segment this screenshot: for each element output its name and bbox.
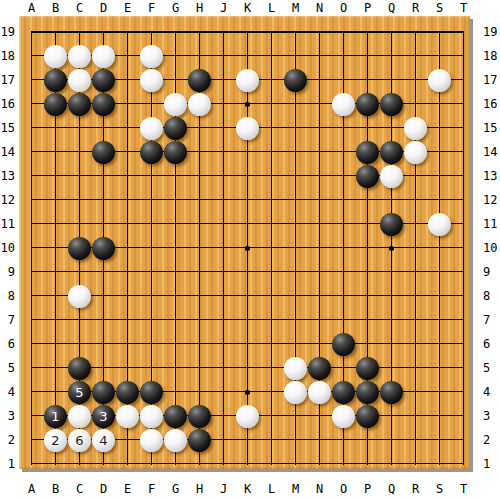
intersection-S7[interactable] bbox=[428, 308, 452, 332]
intersection-L12[interactable] bbox=[260, 188, 284, 212]
intersection-S9[interactable] bbox=[428, 260, 452, 284]
intersection-N3[interactable] bbox=[308, 404, 332, 428]
intersection-D16[interactable] bbox=[92, 92, 116, 116]
intersection-H16[interactable] bbox=[188, 92, 212, 116]
intersection-R4[interactable] bbox=[404, 380, 428, 404]
intersection-B8[interactable] bbox=[44, 284, 68, 308]
intersection-D10[interactable] bbox=[92, 236, 116, 260]
intersection-K11[interactable] bbox=[236, 212, 260, 236]
intersection-B17[interactable] bbox=[44, 68, 68, 92]
intersection-C8[interactable] bbox=[68, 284, 92, 308]
intersection-O17[interactable] bbox=[332, 68, 356, 92]
intersection-J17[interactable] bbox=[212, 68, 236, 92]
intersection-M13[interactable] bbox=[284, 164, 308, 188]
intersection-F7[interactable] bbox=[140, 308, 164, 332]
intersection-H12[interactable] bbox=[188, 188, 212, 212]
intersection-G13[interactable] bbox=[164, 164, 188, 188]
intersection-L15[interactable] bbox=[260, 116, 284, 140]
intersection-A14[interactable] bbox=[20, 140, 44, 164]
intersection-F6[interactable] bbox=[140, 332, 164, 356]
intersection-N7[interactable] bbox=[308, 308, 332, 332]
intersection-J7[interactable] bbox=[212, 308, 236, 332]
intersection-Q8[interactable] bbox=[380, 284, 404, 308]
intersection-P9[interactable] bbox=[356, 260, 380, 284]
intersection-M19[interactable] bbox=[284, 20, 308, 44]
intersection-P1[interactable] bbox=[356, 452, 380, 476]
intersection-J15[interactable] bbox=[212, 116, 236, 140]
intersection-S19[interactable] bbox=[428, 20, 452, 44]
intersection-G12[interactable] bbox=[164, 188, 188, 212]
intersection-T2[interactable] bbox=[452, 428, 476, 452]
intersection-M18[interactable] bbox=[284, 44, 308, 68]
intersection-B10[interactable] bbox=[44, 236, 68, 260]
intersection-M1[interactable] bbox=[284, 452, 308, 476]
intersection-L10[interactable] bbox=[260, 236, 284, 260]
intersection-T7[interactable] bbox=[452, 308, 476, 332]
intersection-A6[interactable] bbox=[20, 332, 44, 356]
intersection-T15[interactable] bbox=[452, 116, 476, 140]
intersection-L5[interactable] bbox=[260, 356, 284, 380]
intersection-O4[interactable] bbox=[332, 380, 356, 404]
intersection-M3[interactable] bbox=[284, 404, 308, 428]
intersection-L17[interactable] bbox=[260, 68, 284, 92]
intersection-H1[interactable] bbox=[188, 452, 212, 476]
intersection-Q1[interactable] bbox=[380, 452, 404, 476]
intersection-O11[interactable] bbox=[332, 212, 356, 236]
intersection-B19[interactable] bbox=[44, 20, 68, 44]
intersection-K12[interactable] bbox=[236, 188, 260, 212]
intersection-A16[interactable] bbox=[20, 92, 44, 116]
intersection-B4[interactable] bbox=[44, 380, 68, 404]
intersection-A1[interactable] bbox=[20, 452, 44, 476]
intersection-Q2[interactable] bbox=[380, 428, 404, 452]
intersection-J1[interactable] bbox=[212, 452, 236, 476]
intersection-F15[interactable] bbox=[140, 116, 164, 140]
intersection-K15[interactable] bbox=[236, 116, 260, 140]
intersection-Q3[interactable] bbox=[380, 404, 404, 428]
intersection-E10[interactable] bbox=[116, 236, 140, 260]
intersection-K14[interactable] bbox=[236, 140, 260, 164]
intersection-J2[interactable] bbox=[212, 428, 236, 452]
intersection-G5[interactable] bbox=[164, 356, 188, 380]
intersection-Q6[interactable] bbox=[380, 332, 404, 356]
intersection-P2[interactable] bbox=[356, 428, 380, 452]
intersection-C18[interactable] bbox=[68, 44, 92, 68]
intersection-C15[interactable] bbox=[68, 116, 92, 140]
intersection-J9[interactable] bbox=[212, 260, 236, 284]
intersection-E5[interactable] bbox=[116, 356, 140, 380]
intersection-T1[interactable] bbox=[452, 452, 476, 476]
intersection-S12[interactable] bbox=[428, 188, 452, 212]
intersection-C6[interactable] bbox=[68, 332, 92, 356]
intersection-E6[interactable] bbox=[116, 332, 140, 356]
intersection-E15[interactable] bbox=[116, 116, 140, 140]
intersection-N5[interactable] bbox=[308, 356, 332, 380]
intersection-S11[interactable] bbox=[428, 212, 452, 236]
intersection-N11[interactable] bbox=[308, 212, 332, 236]
intersection-K7[interactable] bbox=[236, 308, 260, 332]
intersection-F19[interactable] bbox=[140, 20, 164, 44]
intersection-M2[interactable] bbox=[284, 428, 308, 452]
intersection-F14[interactable] bbox=[140, 140, 164, 164]
intersection-Q4[interactable] bbox=[380, 380, 404, 404]
intersection-O12[interactable] bbox=[332, 188, 356, 212]
intersection-N10[interactable] bbox=[308, 236, 332, 260]
intersection-N17[interactable] bbox=[308, 68, 332, 92]
intersection-A11[interactable] bbox=[20, 212, 44, 236]
intersection-M7[interactable] bbox=[284, 308, 308, 332]
intersection-N12[interactable] bbox=[308, 188, 332, 212]
intersection-S8[interactable] bbox=[428, 284, 452, 308]
intersection-F16[interactable] bbox=[140, 92, 164, 116]
intersection-R13[interactable] bbox=[404, 164, 428, 188]
intersection-N2[interactable] bbox=[308, 428, 332, 452]
intersection-C19[interactable] bbox=[68, 20, 92, 44]
intersection-O18[interactable] bbox=[332, 44, 356, 68]
intersection-P3[interactable] bbox=[356, 404, 380, 428]
intersection-G14[interactable] bbox=[164, 140, 188, 164]
intersection-F11[interactable] bbox=[140, 212, 164, 236]
intersection-E14[interactable] bbox=[116, 140, 140, 164]
intersection-J4[interactable] bbox=[212, 380, 236, 404]
intersection-T4[interactable] bbox=[452, 380, 476, 404]
intersection-S6[interactable] bbox=[428, 332, 452, 356]
intersection-G11[interactable] bbox=[164, 212, 188, 236]
intersection-A5[interactable] bbox=[20, 356, 44, 380]
intersection-A7[interactable] bbox=[20, 308, 44, 332]
intersection-H15[interactable] bbox=[188, 116, 212, 140]
intersection-H4[interactable] bbox=[188, 380, 212, 404]
intersection-T17[interactable] bbox=[452, 68, 476, 92]
intersection-S10[interactable] bbox=[428, 236, 452, 260]
intersection-D4[interactable] bbox=[92, 380, 116, 404]
intersection-M17[interactable] bbox=[284, 68, 308, 92]
intersection-A10[interactable] bbox=[20, 236, 44, 260]
intersection-T14[interactable] bbox=[452, 140, 476, 164]
intersection-P4[interactable] bbox=[356, 380, 380, 404]
intersection-G4[interactable] bbox=[164, 380, 188, 404]
intersection-G1[interactable] bbox=[164, 452, 188, 476]
intersection-C13[interactable] bbox=[68, 164, 92, 188]
intersection-G3[interactable] bbox=[164, 404, 188, 428]
intersection-E12[interactable] bbox=[116, 188, 140, 212]
intersection-E11[interactable] bbox=[116, 212, 140, 236]
intersection-J10[interactable] bbox=[212, 236, 236, 260]
intersection-S17[interactable] bbox=[428, 68, 452, 92]
intersection-D17[interactable] bbox=[92, 68, 116, 92]
intersection-J3[interactable] bbox=[212, 404, 236, 428]
intersection-T13[interactable] bbox=[452, 164, 476, 188]
intersection-N19[interactable] bbox=[308, 20, 332, 44]
intersection-E19[interactable] bbox=[116, 20, 140, 44]
intersection-G7[interactable] bbox=[164, 308, 188, 332]
intersection-J11[interactable] bbox=[212, 212, 236, 236]
intersection-L16[interactable] bbox=[260, 92, 284, 116]
intersection-C2[interactable]: 6 bbox=[68, 428, 92, 452]
intersection-L14[interactable] bbox=[260, 140, 284, 164]
intersection-L18[interactable] bbox=[260, 44, 284, 68]
intersection-O14[interactable] bbox=[332, 140, 356, 164]
intersection-D11[interactable] bbox=[92, 212, 116, 236]
intersection-K13[interactable] bbox=[236, 164, 260, 188]
intersection-N18[interactable] bbox=[308, 44, 332, 68]
intersection-P11[interactable] bbox=[356, 212, 380, 236]
intersection-F8[interactable] bbox=[140, 284, 164, 308]
intersection-H5[interactable] bbox=[188, 356, 212, 380]
intersection-F1[interactable] bbox=[140, 452, 164, 476]
intersection-O8[interactable] bbox=[332, 284, 356, 308]
intersection-N8[interactable] bbox=[308, 284, 332, 308]
intersection-J12[interactable] bbox=[212, 188, 236, 212]
intersection-L19[interactable] bbox=[260, 20, 284, 44]
intersection-B15[interactable] bbox=[44, 116, 68, 140]
intersection-R14[interactable] bbox=[404, 140, 428, 164]
intersection-R15[interactable] bbox=[404, 116, 428, 140]
intersection-Q9[interactable] bbox=[380, 260, 404, 284]
intersection-P12[interactable] bbox=[356, 188, 380, 212]
intersection-A19[interactable] bbox=[20, 20, 44, 44]
intersection-D14[interactable] bbox=[92, 140, 116, 164]
intersection-G9[interactable] bbox=[164, 260, 188, 284]
intersection-M4[interactable] bbox=[284, 380, 308, 404]
intersection-K18[interactable] bbox=[236, 44, 260, 68]
intersection-D19[interactable] bbox=[92, 20, 116, 44]
intersection-G10[interactable] bbox=[164, 236, 188, 260]
intersection-F2[interactable] bbox=[140, 428, 164, 452]
intersection-S15[interactable] bbox=[428, 116, 452, 140]
intersection-Q19[interactable] bbox=[380, 20, 404, 44]
intersection-F3[interactable] bbox=[140, 404, 164, 428]
intersection-L6[interactable] bbox=[260, 332, 284, 356]
intersection-J14[interactable] bbox=[212, 140, 236, 164]
intersection-P17[interactable] bbox=[356, 68, 380, 92]
intersection-M6[interactable] bbox=[284, 332, 308, 356]
intersection-B6[interactable] bbox=[44, 332, 68, 356]
intersection-J6[interactable] bbox=[212, 332, 236, 356]
intersection-S16[interactable] bbox=[428, 92, 452, 116]
intersection-D6[interactable] bbox=[92, 332, 116, 356]
intersection-N4[interactable] bbox=[308, 380, 332, 404]
intersection-O16[interactable] bbox=[332, 92, 356, 116]
intersection-K6[interactable] bbox=[236, 332, 260, 356]
intersection-Q17[interactable] bbox=[380, 68, 404, 92]
intersection-S2[interactable] bbox=[428, 428, 452, 452]
intersection-H2[interactable] bbox=[188, 428, 212, 452]
intersection-G2[interactable] bbox=[164, 428, 188, 452]
intersection-E18[interactable] bbox=[116, 44, 140, 68]
intersection-G8[interactable] bbox=[164, 284, 188, 308]
intersection-S18[interactable] bbox=[428, 44, 452, 68]
intersection-T19[interactable] bbox=[452, 20, 476, 44]
intersection-F5[interactable] bbox=[140, 356, 164, 380]
intersection-Q10[interactable] bbox=[380, 236, 404, 260]
intersection-B11[interactable] bbox=[44, 212, 68, 236]
intersection-S13[interactable] bbox=[428, 164, 452, 188]
intersection-O2[interactable] bbox=[332, 428, 356, 452]
intersection-C7[interactable] bbox=[68, 308, 92, 332]
intersection-R9[interactable] bbox=[404, 260, 428, 284]
intersection-K5[interactable] bbox=[236, 356, 260, 380]
intersection-J16[interactable] bbox=[212, 92, 236, 116]
intersection-C1[interactable] bbox=[68, 452, 92, 476]
intersection-M8[interactable] bbox=[284, 284, 308, 308]
intersection-T8[interactable] bbox=[452, 284, 476, 308]
intersection-F4[interactable] bbox=[140, 380, 164, 404]
intersection-N13[interactable] bbox=[308, 164, 332, 188]
intersection-G16[interactable] bbox=[164, 92, 188, 116]
intersection-K4[interactable] bbox=[236, 380, 260, 404]
intersection-T6[interactable] bbox=[452, 332, 476, 356]
intersection-L13[interactable] bbox=[260, 164, 284, 188]
intersection-K16[interactable] bbox=[236, 92, 260, 116]
intersection-B12[interactable] bbox=[44, 188, 68, 212]
intersection-B7[interactable] bbox=[44, 308, 68, 332]
intersection-M11[interactable] bbox=[284, 212, 308, 236]
intersection-R2[interactable] bbox=[404, 428, 428, 452]
intersection-S14[interactable] bbox=[428, 140, 452, 164]
intersection-J8[interactable] bbox=[212, 284, 236, 308]
intersection-D13[interactable] bbox=[92, 164, 116, 188]
intersection-P14[interactable] bbox=[356, 140, 380, 164]
intersection-C9[interactable] bbox=[68, 260, 92, 284]
intersection-A3[interactable] bbox=[20, 404, 44, 428]
intersection-D18[interactable] bbox=[92, 44, 116, 68]
intersection-Q18[interactable] bbox=[380, 44, 404, 68]
intersection-T18[interactable] bbox=[452, 44, 476, 68]
intersection-K9[interactable] bbox=[236, 260, 260, 284]
intersection-R10[interactable] bbox=[404, 236, 428, 260]
intersection-P10[interactable] bbox=[356, 236, 380, 260]
intersection-T5[interactable] bbox=[452, 356, 476, 380]
intersection-T10[interactable] bbox=[452, 236, 476, 260]
intersection-C16[interactable] bbox=[68, 92, 92, 116]
intersection-O5[interactable] bbox=[332, 356, 356, 380]
intersection-C3[interactable] bbox=[68, 404, 92, 428]
intersection-L9[interactable] bbox=[260, 260, 284, 284]
intersection-R3[interactable] bbox=[404, 404, 428, 428]
intersection-F10[interactable] bbox=[140, 236, 164, 260]
intersection-R19[interactable] bbox=[404, 20, 428, 44]
intersection-M16[interactable] bbox=[284, 92, 308, 116]
intersection-B1[interactable] bbox=[44, 452, 68, 476]
intersection-H6[interactable] bbox=[188, 332, 212, 356]
intersection-N14[interactable] bbox=[308, 140, 332, 164]
intersection-A9[interactable] bbox=[20, 260, 44, 284]
intersection-F9[interactable] bbox=[140, 260, 164, 284]
intersection-O15[interactable] bbox=[332, 116, 356, 140]
intersection-P19[interactable] bbox=[356, 20, 380, 44]
intersection-T3[interactable] bbox=[452, 404, 476, 428]
intersection-H11[interactable] bbox=[188, 212, 212, 236]
intersection-A8[interactable] bbox=[20, 284, 44, 308]
intersection-A2[interactable] bbox=[20, 428, 44, 452]
intersection-Q13[interactable] bbox=[380, 164, 404, 188]
intersection-G19[interactable] bbox=[164, 20, 188, 44]
intersection-A13[interactable] bbox=[20, 164, 44, 188]
intersection-H7[interactable] bbox=[188, 308, 212, 332]
intersection-L11[interactable] bbox=[260, 212, 284, 236]
intersection-E8[interactable] bbox=[116, 284, 140, 308]
intersection-D12[interactable] bbox=[92, 188, 116, 212]
intersection-D5[interactable] bbox=[92, 356, 116, 380]
intersection-C11[interactable] bbox=[68, 212, 92, 236]
intersection-G18[interactable] bbox=[164, 44, 188, 68]
intersection-A17[interactable] bbox=[20, 68, 44, 92]
intersection-Q14[interactable] bbox=[380, 140, 404, 164]
intersection-O9[interactable] bbox=[332, 260, 356, 284]
intersection-B2[interactable]: 2 bbox=[44, 428, 68, 452]
intersection-K2[interactable] bbox=[236, 428, 260, 452]
intersection-H10[interactable] bbox=[188, 236, 212, 260]
intersection-J5[interactable] bbox=[212, 356, 236, 380]
intersection-R11[interactable] bbox=[404, 212, 428, 236]
intersection-R18[interactable] bbox=[404, 44, 428, 68]
intersection-C14[interactable] bbox=[68, 140, 92, 164]
intersection-H18[interactable] bbox=[188, 44, 212, 68]
intersection-R16[interactable] bbox=[404, 92, 428, 116]
intersection-N6[interactable] bbox=[308, 332, 332, 356]
intersection-C5[interactable] bbox=[68, 356, 92, 380]
intersection-P16[interactable] bbox=[356, 92, 380, 116]
intersection-F17[interactable] bbox=[140, 68, 164, 92]
intersection-G17[interactable] bbox=[164, 68, 188, 92]
intersection-B14[interactable] bbox=[44, 140, 68, 164]
intersection-P15[interactable] bbox=[356, 116, 380, 140]
intersection-F12[interactable] bbox=[140, 188, 164, 212]
intersection-A15[interactable] bbox=[20, 116, 44, 140]
intersection-H13[interactable] bbox=[188, 164, 212, 188]
intersection-F13[interactable] bbox=[140, 164, 164, 188]
intersection-L3[interactable] bbox=[260, 404, 284, 428]
intersection-M9[interactable] bbox=[284, 260, 308, 284]
intersection-J19[interactable] bbox=[212, 20, 236, 44]
intersection-D2[interactable]: 4 bbox=[92, 428, 116, 452]
intersection-K3[interactable] bbox=[236, 404, 260, 428]
intersection-R5[interactable] bbox=[404, 356, 428, 380]
intersection-N1[interactable] bbox=[308, 452, 332, 476]
intersection-R8[interactable] bbox=[404, 284, 428, 308]
intersection-E3[interactable] bbox=[116, 404, 140, 428]
intersection-E9[interactable] bbox=[116, 260, 140, 284]
intersection-A18[interactable] bbox=[20, 44, 44, 68]
intersection-B3[interactable]: 1 bbox=[44, 404, 68, 428]
intersection-O10[interactable] bbox=[332, 236, 356, 260]
intersection-A12[interactable] bbox=[20, 188, 44, 212]
intersection-D1[interactable] bbox=[92, 452, 116, 476]
intersection-K1[interactable] bbox=[236, 452, 260, 476]
intersection-Q16[interactable] bbox=[380, 92, 404, 116]
intersection-E4[interactable] bbox=[116, 380, 140, 404]
intersection-N15[interactable] bbox=[308, 116, 332, 140]
intersection-O7[interactable] bbox=[332, 308, 356, 332]
intersection-P6[interactable] bbox=[356, 332, 380, 356]
intersection-Q12[interactable] bbox=[380, 188, 404, 212]
intersection-O1[interactable] bbox=[332, 452, 356, 476]
intersection-E13[interactable] bbox=[116, 164, 140, 188]
intersection-L2[interactable] bbox=[260, 428, 284, 452]
intersection-E1[interactable] bbox=[116, 452, 140, 476]
intersection-M12[interactable] bbox=[284, 188, 308, 212]
intersection-T12[interactable] bbox=[452, 188, 476, 212]
intersection-C12[interactable] bbox=[68, 188, 92, 212]
intersection-H19[interactable] bbox=[188, 20, 212, 44]
intersection-E16[interactable] bbox=[116, 92, 140, 116]
intersection-R1[interactable] bbox=[404, 452, 428, 476]
intersection-R7[interactable] bbox=[404, 308, 428, 332]
intersection-L7[interactable] bbox=[260, 308, 284, 332]
intersection-G6[interactable] bbox=[164, 332, 188, 356]
intersection-P8[interactable] bbox=[356, 284, 380, 308]
